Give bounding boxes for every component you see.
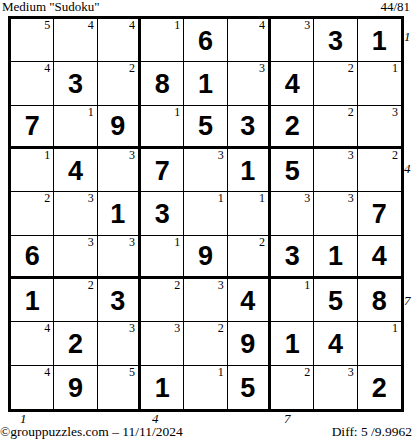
sudoku-board: 5441643314328134217191532231437315322313… — [8, 16, 404, 412]
pencil-mark: 4 — [129, 19, 135, 32]
difficulty-label: Diff: 5 /9.9962 — [332, 424, 412, 440]
pencil-mark: 2 — [348, 106, 354, 119]
pencil-mark: 1 — [218, 366, 224, 379]
cell-r7c7[interactable]: 1 — [271, 279, 314, 322]
cell-r2c8[interactable]: 2 — [314, 62, 357, 105]
cell-value: 2 — [68, 331, 83, 358]
pencil-mark: 2 — [392, 149, 398, 162]
pencil-mark: 2 — [304, 366, 310, 379]
cell-r3c5[interactable]: 5 — [184, 106, 227, 149]
cell-r1c6[interactable]: 4 — [228, 19, 271, 62]
cell-value: 9 — [68, 375, 83, 402]
cell-value: 4 — [285, 71, 300, 98]
cell-r9c7[interactable]: 2 — [271, 366, 314, 409]
cell-r4c4[interactable]: 7 — [141, 149, 184, 192]
pencil-mark: 3 — [129, 149, 135, 162]
pencil-mark: 4 — [88, 19, 94, 32]
pencil-mark: 2 — [174, 279, 180, 292]
pencil-mark: 5 — [44, 19, 50, 32]
cell-r3c8[interactable]: 2 — [314, 106, 357, 149]
filled-counter: 44/81 — [380, 0, 410, 14]
cell-value: 3 — [240, 113, 255, 140]
cell-r4c9[interactable]: 2 — [358, 149, 401, 192]
cell-value: 7 — [25, 113, 40, 140]
cell-r6c1[interactable]: 6 — [11, 236, 54, 279]
pencil-mark: 3 — [304, 192, 310, 205]
cell-value: 1 — [240, 158, 255, 185]
cell-r3c3[interactable]: 9 — [98, 106, 141, 149]
cell-r1c9[interactable]: 1 — [358, 19, 401, 62]
cell-r2c5[interactable]: 1 — [184, 62, 227, 105]
cell-value: 7 — [372, 201, 387, 228]
pencil-mark: 1 — [174, 236, 180, 249]
cell-r1c5[interactable]: 6 — [184, 19, 227, 62]
col-marker-4: 4 — [152, 412, 159, 426]
col-marker-1: 1 — [20, 412, 27, 426]
pencil-mark: 3 — [218, 279, 224, 292]
pencil-mark: 1 — [174, 19, 180, 32]
cell-r8c3[interactable]: 3 — [98, 322, 141, 365]
cell-r9c6[interactable]: 5 — [228, 366, 271, 409]
cell-value: 7 — [155, 158, 170, 185]
cell-value: 1 — [372, 28, 387, 55]
cell-r4c3[interactable]: 3 — [98, 149, 141, 192]
cell-r8c2[interactable]: 2 — [54, 322, 97, 365]
row-marker-7: 7 — [404, 294, 411, 308]
pencil-mark: 2 — [348, 62, 354, 75]
pencil-mark: 2 — [44, 192, 50, 205]
cell-r2c3[interactable]: 2 — [98, 62, 141, 105]
cell-r9c4[interactable]: 1 — [141, 366, 184, 409]
cell-value: 5 — [240, 375, 255, 402]
cell-r8c8[interactable]: 4 — [314, 322, 357, 365]
pencil-mark: 1 — [392, 322, 398, 335]
cell-r6c2[interactable]: 3 — [54, 236, 97, 279]
cell-value: 5 — [328, 288, 343, 315]
cell-r7c2[interactable]: 2 — [54, 279, 97, 322]
puzzle-title: Medium "Sudoku" — [2, 0, 100, 14]
pencil-mark: 1 — [174, 106, 180, 119]
pencil-mark: 4 — [44, 62, 50, 75]
cell-r8c5[interactable]: 2 — [184, 322, 227, 365]
pencil-mark: 3 — [174, 322, 180, 335]
cell-r9c5[interactable]: 1 — [184, 366, 227, 409]
cell-r6c9[interactable]: 4 — [358, 236, 401, 279]
cell-r9c8[interactable]: 3 — [314, 366, 357, 409]
pencil-mark: 4 — [259, 19, 265, 32]
cell-value: 4 — [240, 288, 255, 315]
cell-r5c8[interactable]: 3 — [314, 192, 357, 235]
cell-r2c6[interactable]: 3 — [228, 62, 271, 105]
pencil-mark: 2 — [259, 236, 265, 249]
cell-r6c7[interactable]: 3 — [271, 236, 314, 279]
cell-r4c7[interactable]: 5 — [271, 149, 314, 192]
cell-value: 1 — [155, 375, 170, 402]
cell-r4c2[interactable]: 4 — [54, 149, 97, 192]
cell-r5c6[interactable]: 1 — [228, 192, 271, 235]
cell-value: 1 — [25, 288, 40, 315]
cell-r1c4[interactable]: 1 — [141, 19, 184, 62]
cell-value: 3 — [328, 28, 343, 55]
cell-r9c1[interactable]: 4 — [11, 366, 54, 409]
cell-r2c7[interactable]: 4 — [271, 62, 314, 105]
cell-r2c1[interactable]: 4 — [11, 62, 54, 105]
cell-r5c9[interactable]: 7 — [358, 192, 401, 235]
pencil-mark: 3 — [348, 366, 354, 379]
copyright-credit: ©grouppuzzles.com – 11/11/2024 — [0, 424, 183, 440]
pencil-mark: 3 — [129, 236, 135, 249]
header: Medium "Sudoku" 44/81 — [2, 0, 410, 14]
cell-value: 3 — [68, 71, 83, 98]
cell-value: 9 — [240, 331, 255, 358]
pencil-mark: 4 — [44, 322, 50, 335]
pencil-mark: 2 — [129, 62, 135, 75]
cell-r5c3[interactable]: 1 — [98, 192, 141, 235]
row-marker-4: 4 — [404, 162, 411, 176]
cell-r2c4[interactable]: 8 — [141, 62, 184, 105]
cell-value: 8 — [372, 288, 387, 315]
cell-value: 3 — [110, 288, 125, 315]
pencil-mark: 3 — [259, 62, 265, 75]
cell-r6c8[interactable]: 1 — [314, 236, 357, 279]
cell-value: 4 — [68, 158, 83, 185]
pencil-mark: 3 — [88, 236, 94, 249]
cell-r7c1[interactable]: 1 — [11, 279, 54, 322]
cell-r7c3[interactable]: 3 — [98, 279, 141, 322]
cell-value: 9 — [110, 113, 125, 140]
cell-r6c6[interactable]: 2 — [228, 236, 271, 279]
cell-r7c8[interactable]: 5 — [314, 279, 357, 322]
cell-r8c4[interactable]: 3 — [141, 322, 184, 365]
pencil-mark: 1 — [44, 149, 50, 162]
pencil-mark: 1 — [259, 192, 265, 205]
cell-r3c1[interactable]: 7 — [11, 106, 54, 149]
cell-r4c1[interactable]: 1 — [11, 149, 54, 192]
cell-r9c9[interactable]: 2 — [358, 366, 401, 409]
cell-r6c3[interactable]: 3 — [98, 236, 141, 279]
cell-value: 5 — [285, 158, 300, 185]
pencil-mark: 2 — [88, 279, 94, 292]
cell-r8c1[interactable]: 4 — [11, 322, 54, 365]
cell-r1c8[interactable]: 3 — [314, 19, 357, 62]
cell-value: 6 — [25, 243, 40, 270]
row-marker-1: 1 — [404, 30, 411, 44]
cell-r4c5[interactable]: 3 — [184, 149, 227, 192]
cell-r8c6[interactable]: 9 — [228, 322, 271, 365]
cell-value: 4 — [328, 331, 343, 358]
cell-r5c1[interactable]: 2 — [11, 192, 54, 235]
cell-r2c9[interactable]: 1 — [358, 62, 401, 105]
pencil-mark: 4 — [44, 366, 50, 379]
cell-r1c1[interactable]: 5 — [11, 19, 54, 62]
pencil-mark: 1 — [304, 279, 310, 292]
col-marker-7: 7 — [284, 412, 291, 426]
pencil-mark: 1 — [392, 62, 398, 75]
cell-r3c4[interactable]: 1 — [141, 106, 184, 149]
cell-r8c7[interactable]: 1 — [271, 322, 314, 365]
footer: ©grouppuzzles.com – 11/11/2024 Diff: 5 /… — [0, 424, 412, 440]
cell-r2c2[interactable]: 3 — [54, 62, 97, 105]
pencil-mark: 1 — [218, 192, 224, 205]
cell-r3c9[interactable]: 3 — [358, 106, 401, 149]
cell-r5c7[interactable]: 3 — [271, 192, 314, 235]
cell-value: 1 — [198, 71, 213, 98]
cell-r3c6[interactable]: 3 — [228, 106, 271, 149]
cell-r6c5[interactable]: 9 — [184, 236, 227, 279]
cell-r7c9[interactable]: 8 — [358, 279, 401, 322]
cell-value: 4 — [372, 243, 387, 270]
pencil-mark: 3 — [218, 149, 224, 162]
cell-value: 1 — [328, 243, 343, 270]
cell-r7c5[interactable]: 3 — [184, 279, 227, 322]
cell-r3c2[interactable]: 1 — [54, 106, 97, 149]
cell-value: 2 — [372, 375, 387, 402]
cell-r5c2[interactable]: 3 — [54, 192, 97, 235]
cell-value: 3 — [285, 243, 300, 270]
cell-r6c4[interactable]: 1 — [141, 236, 184, 279]
cell-value: 8 — [155, 71, 170, 98]
cell-value: 5 — [198, 113, 213, 140]
cell-r5c4[interactable]: 3 — [141, 192, 184, 235]
cell-value: 1 — [285, 331, 300, 358]
cell-r7c6[interactable]: 4 — [228, 279, 271, 322]
cell-r9c3[interactable]: 5 — [98, 366, 141, 409]
cell-value: 3 — [155, 201, 170, 228]
cell-r1c7[interactable]: 3 — [271, 19, 314, 62]
cell-r9c2[interactable]: 9 — [54, 366, 97, 409]
cell-value: 1 — [110, 201, 125, 228]
cell-value: 2 — [285, 113, 300, 140]
pencil-mark: 3 — [129, 322, 135, 335]
cell-r1c2[interactable]: 4 — [54, 19, 97, 62]
cell-value: 9 — [198, 243, 213, 270]
cell-r7c4[interactable]: 2 — [141, 279, 184, 322]
cell-r8c9[interactable]: 1 — [358, 322, 401, 365]
pencil-mark: 5 — [129, 366, 135, 379]
cell-r5c5[interactable]: 1 — [184, 192, 227, 235]
pencil-mark: 3 — [88, 192, 94, 205]
cell-r1c3[interactable]: 4 — [98, 19, 141, 62]
pencil-mark: 2 — [218, 322, 224, 335]
pencil-mark: 1 — [88, 106, 94, 119]
pencil-mark: 3 — [392, 106, 398, 119]
cell-r3c7[interactable]: 2 — [271, 106, 314, 149]
pencil-mark: 3 — [348, 149, 354, 162]
pencil-mark: 3 — [304, 19, 310, 32]
cell-value: 6 — [198, 28, 213, 55]
cell-r4c8[interactable]: 3 — [314, 149, 357, 192]
pencil-mark: 3 — [348, 192, 354, 205]
cell-r4c6[interactable]: 1 — [228, 149, 271, 192]
